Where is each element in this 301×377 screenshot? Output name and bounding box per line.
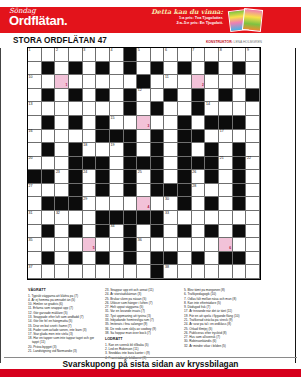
grid-cell-r16c7[interactable] bbox=[110, 252, 124, 266]
grid-cell-r3c11[interactable]: 11 bbox=[164, 75, 178, 89]
grid-cell-r2c9[interactable] bbox=[137, 62, 151, 76]
grid-cell-r8c9[interactable] bbox=[137, 143, 151, 157]
grid-cell-r8c6[interactable] bbox=[96, 143, 110, 157]
bonus-cell-digit: 5 bbox=[93, 247, 95, 251]
grid-cell-r11c9[interactable] bbox=[137, 184, 151, 198]
grid-cell-r5c17[interactable] bbox=[246, 102, 260, 116]
cell-number: 28 bbox=[192, 184, 196, 188]
grid-cell-r16c16 bbox=[233, 252, 247, 266]
grid-cell-r2c15[interactable] bbox=[219, 62, 233, 76]
masthead-banner: Söndag Ordflätan. Detta kan du vinna: 1:… bbox=[0, 7, 301, 33]
grid-cell-r16c14[interactable] bbox=[205, 252, 219, 266]
grid-cell-r4c15 bbox=[219, 89, 233, 103]
grid-cell-r12c17[interactable] bbox=[246, 197, 260, 211]
grid-cell-r1c7[interactable]: 4 bbox=[110, 48, 124, 62]
grid-cell-r13c8 bbox=[124, 211, 138, 225]
grid-cell-r5c3[interactable] bbox=[55, 102, 69, 116]
grid-cell-r10c15[interactable] bbox=[219, 170, 233, 184]
bonus-cell-digit: 6 bbox=[229, 247, 231, 251]
grid-cell-r14c15[interactable] bbox=[219, 225, 233, 239]
cell-number: 5 bbox=[138, 48, 140, 52]
grid-cell-r5c7[interactable] bbox=[110, 102, 124, 116]
grid-cell-r14c9[interactable] bbox=[137, 225, 151, 239]
grid-cell-r6c8[interactable] bbox=[124, 116, 138, 130]
grid-cell-r13c7 bbox=[110, 211, 124, 225]
cell-number: 23 bbox=[56, 170, 60, 174]
grid-cell-r16c5[interactable] bbox=[83, 252, 97, 266]
grid-cell-r17c17[interactable] bbox=[246, 265, 260, 279]
grid-cell-r8c1[interactable] bbox=[28, 143, 42, 157]
grid-cell-r9c16 bbox=[233, 157, 247, 171]
grid-cell-r15c5[interactable]: 5 bbox=[83, 238, 97, 252]
cell-number: 16 bbox=[29, 129, 33, 133]
grid-cell-r11c2[interactable] bbox=[42, 184, 56, 198]
grid-cell-r10c14 bbox=[205, 170, 219, 184]
grid-cell-r3c7[interactable] bbox=[110, 75, 124, 89]
grid-cell-r15c10[interactable] bbox=[151, 238, 165, 252]
grid-cell-r3c9 bbox=[137, 75, 151, 89]
grid-cell-r2c17[interactable] bbox=[246, 62, 260, 76]
grid-cell-r1c2[interactable] bbox=[42, 48, 56, 62]
grid-cell-r11c4 bbox=[69, 184, 83, 198]
grid-cell-r11c15[interactable] bbox=[219, 184, 233, 198]
cell-number: 31 bbox=[29, 211, 33, 215]
grid-cell-r17c11[interactable]: 38 bbox=[164, 265, 178, 279]
grid-cell-r4c9[interactable]: 12 bbox=[137, 89, 151, 103]
grid-cell-r17c8[interactable] bbox=[124, 265, 138, 279]
grid-cell-r9c6 bbox=[96, 157, 110, 171]
grid-cell-r10c6 bbox=[96, 170, 110, 184]
grid-cell-r16c15 bbox=[219, 252, 233, 266]
cell-number: 13 bbox=[29, 102, 33, 106]
grid-cell-r13c11[interactable]: 33 bbox=[164, 211, 178, 225]
grid-cell-r17c7[interactable] bbox=[110, 265, 124, 279]
grid-cell-r8c13[interactable] bbox=[192, 143, 206, 157]
constructor-credit: KONSTRUKTÖR: LENA HOLMGREN bbox=[150, 40, 262, 44]
grid-cell-r3c17[interactable] bbox=[246, 75, 260, 89]
grid-cell-r13c1[interactable]: 31 bbox=[28, 211, 42, 225]
grid-cell-r1c13[interactable]: 7 bbox=[192, 48, 206, 62]
grid-cell-r6c16 bbox=[233, 116, 247, 130]
grid-cell-r6c5[interactable] bbox=[83, 116, 97, 130]
grid-cell-r8c5[interactable]: 18 bbox=[83, 143, 97, 157]
grid-cell-r16c8 bbox=[124, 252, 138, 266]
grid-cell-r5c12[interactable] bbox=[178, 102, 192, 116]
grid-cell-r15c2[interactable] bbox=[42, 238, 56, 252]
brand-logo: Söndag Ordflätan. bbox=[9, 8, 67, 27]
grid-cell-r13c9 bbox=[137, 211, 151, 225]
grid-cell-r9c11[interactable] bbox=[164, 157, 178, 171]
grid-cell-r4c7[interactable] bbox=[110, 89, 124, 103]
grid-cell-r6c17[interactable] bbox=[246, 116, 260, 130]
grid-cell-r3c4[interactable] bbox=[69, 75, 83, 89]
grid-cell-r15c7[interactable] bbox=[110, 238, 124, 252]
grid-cell-r4c1[interactable] bbox=[28, 89, 42, 103]
grid-cell-r9c17[interactable]: 22 bbox=[246, 157, 260, 171]
cell-number: 32 bbox=[56, 211, 60, 215]
grid-cell-r2c1[interactable] bbox=[28, 62, 42, 76]
grid-cell-r8c15[interactable] bbox=[219, 143, 233, 157]
grid-cell-r17c3[interactable] bbox=[55, 265, 69, 279]
grid-cell-r2c6 bbox=[96, 62, 110, 76]
grid-cell-r1c10[interactable] bbox=[151, 48, 165, 62]
grid-cell-r16c3[interactable] bbox=[55, 252, 69, 266]
grid-cell-r4c8 bbox=[124, 89, 138, 103]
grid-cell-r9c15[interactable]: 21 bbox=[219, 157, 233, 171]
grid-cell-r16c17[interactable] bbox=[246, 252, 260, 266]
grid-cell-r4c14[interactable] bbox=[205, 89, 219, 103]
grid-cell-r10c8 bbox=[124, 170, 138, 184]
grid-cell-r15c11[interactable] bbox=[164, 238, 178, 252]
grid-cell-r16c9[interactable] bbox=[137, 252, 151, 266]
grid-cell-r13c5[interactable] bbox=[83, 211, 97, 225]
cell-number: 15 bbox=[110, 116, 114, 120]
grid-cell-r9c8 bbox=[124, 157, 138, 171]
grid-cell-r17c15[interactable] bbox=[219, 265, 233, 279]
grid-cell-r12c8[interactable] bbox=[124, 197, 138, 211]
grid-cell-r1c8 bbox=[124, 48, 138, 62]
grid-cell-r1c6[interactable] bbox=[96, 48, 110, 62]
grid-cell-r3c6[interactable] bbox=[96, 75, 110, 89]
grid-cell-r11c5[interactable] bbox=[83, 184, 97, 198]
grid-cell-r16c4 bbox=[69, 252, 83, 266]
grid-cell-r11c17[interactable] bbox=[246, 184, 260, 198]
page-title: STORA ORDFLÄTAN 47 bbox=[13, 36, 107, 45]
grid-cell-r17c10 bbox=[151, 265, 165, 279]
grid-cell-r4c6 bbox=[96, 89, 110, 103]
grid-cell-r5c1[interactable]: 13 bbox=[28, 102, 42, 116]
grid-cell-r10c2 bbox=[42, 170, 56, 184]
grid-cell-r12c6[interactable] bbox=[96, 197, 110, 211]
grid-cell-r12c11[interactable]: 30 bbox=[164, 197, 178, 211]
grid-cell-r3c15[interactable] bbox=[219, 75, 233, 89]
across-heading: VÅGRÄTT bbox=[28, 288, 100, 293]
cell-number: 37 bbox=[29, 265, 33, 269]
grid-cell-r5c2[interactable] bbox=[42, 102, 56, 116]
grid-cell-r17c4[interactable] bbox=[69, 265, 83, 279]
grid-cell-r12c1[interactable] bbox=[28, 197, 42, 211]
cell-number: 14 bbox=[206, 102, 210, 106]
clue-item: 21. Landstigning vid Normandie (3) bbox=[28, 349, 100, 353]
grid-cell-r4c3[interactable] bbox=[55, 89, 69, 103]
grid-cell-r17c16[interactable] bbox=[233, 265, 247, 279]
grid-cell-r7c9[interactable] bbox=[137, 130, 151, 144]
cell-number: 18 bbox=[83, 143, 87, 147]
grid-cell-r6c10[interactable] bbox=[151, 116, 165, 130]
prize-line-2: 2:a–5:e pris: En Tjugolott. bbox=[151, 21, 223, 26]
grid-cell-r13c13[interactable] bbox=[192, 211, 206, 225]
grid-cell-r8c16 bbox=[233, 143, 247, 157]
grid-cell-r15c4[interactable] bbox=[69, 238, 83, 252]
grid-cell-r14c12 bbox=[178, 225, 192, 239]
grid-cell-r9c2[interactable] bbox=[42, 157, 56, 171]
grid-cell-r17c1[interactable]: 37 bbox=[28, 265, 42, 279]
grid-cell-r7c12 bbox=[178, 130, 192, 144]
grid-cell-r7c10 bbox=[151, 130, 165, 144]
crossword-grid[interactable]: 1234567891011121213141531617181920212223… bbox=[27, 47, 261, 280]
grid-cell-r14c10 bbox=[151, 225, 165, 239]
grid-cell-r14c5[interactable] bbox=[83, 225, 97, 239]
grid-cell-r6c7[interactable]: 15 bbox=[110, 116, 124, 130]
cell-number: 38 bbox=[165, 265, 169, 269]
grid-cell-r3c8[interactable] bbox=[124, 75, 138, 89]
grid-cell-r10c9[interactable]: 25 bbox=[137, 170, 151, 184]
grid-cell-r10c11[interactable] bbox=[164, 170, 178, 184]
grid-cell-r15c9[interactable]: 36 bbox=[137, 238, 151, 252]
grid-cell-r4c16[interactable] bbox=[233, 89, 247, 103]
grid-cell-r5c14[interactable]: 14 bbox=[205, 102, 219, 116]
grid-cell-r17c14[interactable] bbox=[205, 265, 219, 279]
grid-cell-r2c4 bbox=[69, 62, 83, 76]
grid-cell-r7c2[interactable] bbox=[42, 130, 56, 144]
grid-cell-r12c9[interactable]: 4 bbox=[137, 197, 151, 211]
grid-cell-r4c10[interactable] bbox=[151, 89, 165, 103]
grid-cell-r17c2[interactable] bbox=[42, 265, 56, 279]
grid-cell-r12c15[interactable] bbox=[219, 197, 233, 211]
grid-cell-r10c17[interactable] bbox=[246, 170, 260, 184]
grid-cell-r5c11[interactable] bbox=[164, 102, 178, 116]
grid-cell-r8c11[interactable] bbox=[164, 143, 178, 157]
grid-cell-r4c5[interactable] bbox=[83, 89, 97, 103]
grid-cell-r7c6 bbox=[96, 130, 110, 144]
grid-cell-r2c11[interactable] bbox=[164, 62, 178, 76]
page-edge-line bbox=[0, 48, 1, 363]
lottery-ticket-icon bbox=[242, 8, 263, 32]
grid-cell-r12c16 bbox=[233, 197, 247, 211]
cell-number: 2 bbox=[56, 48, 58, 52]
grid-cell-r17c6[interactable] bbox=[96, 265, 110, 279]
grid-cell-r8c3[interactable] bbox=[55, 143, 69, 157]
grid-cell-r9c3[interactable] bbox=[55, 157, 69, 171]
grid-cell-r11c7[interactable] bbox=[110, 184, 124, 198]
cell-number: 4 bbox=[110, 48, 112, 52]
grid-cell-r3c10[interactable] bbox=[151, 75, 165, 89]
grid-cell-r7c15[interactable]: 17 bbox=[219, 130, 233, 144]
grid-cell-r10c13[interactable]: 26 bbox=[192, 170, 206, 184]
grid-cell-r9c13 bbox=[192, 157, 206, 171]
grid-cell-r1c5[interactable]: 3 bbox=[83, 48, 97, 62]
grid-cell-r3c3[interactable]: 1 bbox=[55, 75, 69, 89]
grid-cell-r13c15[interactable] bbox=[219, 211, 233, 225]
grid-cell-r9c7[interactable] bbox=[110, 157, 124, 171]
grid-cell-r7c1[interactable]: 16 bbox=[28, 130, 42, 144]
grid-cell-r15c16[interactable] bbox=[233, 238, 247, 252]
grid-cell-r12c13[interactable] bbox=[192, 197, 206, 211]
grid-cell-r14c11[interactable] bbox=[164, 225, 178, 239]
grid-cell-r5c5[interactable] bbox=[83, 102, 97, 116]
grid-cell-r15c14[interactable] bbox=[205, 238, 219, 252]
cell-number: 17 bbox=[220, 129, 224, 133]
grid-cell-r15c13[interactable] bbox=[192, 238, 206, 252]
clue-column-2: 23. Snappar upp ett och annat (11)24. Är… bbox=[105, 288, 179, 360]
grid-cell-r7c5[interactable] bbox=[83, 130, 97, 144]
grid-cell-r14c1[interactable] bbox=[28, 225, 42, 239]
grid-cell-r8c10 bbox=[151, 143, 165, 157]
grid-cell-r4c12[interactable] bbox=[178, 89, 192, 103]
grid-cell-r9c10 bbox=[151, 157, 165, 171]
grid-cell-r14c3[interactable] bbox=[55, 225, 69, 239]
grid-cell-r9c1[interactable]: 20 bbox=[28, 157, 42, 171]
grid-cell-r2c5[interactable] bbox=[83, 62, 97, 76]
grid-cell-r12c10[interactable] bbox=[151, 197, 165, 211]
clue-item: 38. Så hoppar man över bock (7) bbox=[105, 331, 179, 335]
grid-cell-r8c14 bbox=[205, 143, 219, 157]
grid-cell-r3c16[interactable] bbox=[233, 75, 247, 89]
grid-cell-r1c9[interactable]: 5 bbox=[137, 48, 151, 62]
grid-cell-r16c1[interactable] bbox=[28, 252, 42, 266]
grid-cell-r16c10 bbox=[151, 252, 165, 266]
grid-cell-r13c12[interactable] bbox=[178, 211, 192, 225]
grid-cell-r2c13[interactable] bbox=[192, 62, 206, 76]
grid-cell-r6c15 bbox=[219, 116, 233, 130]
grid-cell-r13c14[interactable] bbox=[205, 211, 219, 225]
grid-cell-r16c12[interactable] bbox=[178, 252, 192, 266]
bonus-cell-digit: 3 bbox=[147, 125, 149, 129]
grid-cell-r1c12[interactable] bbox=[178, 48, 192, 62]
grid-cell-r15c15[interactable]: 6 bbox=[219, 238, 233, 252]
grid-cell-r1c3[interactable]: 2 bbox=[55, 48, 69, 62]
grid-cell-r17c12[interactable] bbox=[178, 265, 192, 279]
grid-cell-r2c10 bbox=[151, 62, 165, 76]
grid-cell-r7c4[interactable] bbox=[69, 130, 83, 144]
grid-cell-r10c3[interactable]: 23 bbox=[55, 170, 69, 184]
grid-cell-r14c4 bbox=[69, 225, 83, 239]
page-edge-line bbox=[295, 48, 296, 363]
prize-title: Detta kan du vinna: bbox=[151, 9, 223, 16]
constructor-label: KONSTRUKTÖR: bbox=[206, 40, 233, 44]
grid-cell-r15c3[interactable] bbox=[55, 238, 69, 252]
grid-cell-r5c6[interactable] bbox=[96, 102, 110, 116]
grid-cell-r11c8 bbox=[124, 184, 138, 198]
grid-cell-r5c4[interactable] bbox=[69, 102, 83, 116]
cell-number: 11 bbox=[165, 75, 169, 79]
grid-cell-r13c3[interactable]: 32 bbox=[55, 211, 69, 225]
grid-cell-r10c12 bbox=[178, 170, 192, 184]
grid-cell-r4c13 bbox=[192, 89, 206, 103]
grid-cell-r7c11[interactable] bbox=[164, 130, 178, 144]
clue-column-3: 5. Blev tömt på morgonen (8)6. Trafikped… bbox=[184, 288, 262, 348]
grid-cell-r15c17[interactable] bbox=[246, 238, 260, 252]
cell-number: 30 bbox=[165, 197, 169, 201]
grid-cell-r3c14[interactable] bbox=[205, 75, 219, 89]
cell-number: 25 bbox=[138, 170, 142, 174]
grid-cell-r6c14 bbox=[205, 116, 219, 130]
cell-number: 9 bbox=[247, 48, 249, 52]
grid-cell-r8c17[interactable] bbox=[246, 143, 260, 157]
grid-cell-r8c8 bbox=[124, 143, 138, 157]
grid-cell-r8c12 bbox=[178, 143, 192, 157]
grid-cell-r15c12[interactable] bbox=[178, 238, 192, 252]
grid-cell-r1c4[interactable] bbox=[69, 48, 83, 62]
grid-cell-r15c1[interactable]: 35 bbox=[28, 238, 42, 252]
grid-cell-r14c13[interactable] bbox=[192, 225, 206, 239]
grid-cell-r3c2[interactable] bbox=[42, 75, 56, 89]
grid-cell-r10c5[interactable]: 24 bbox=[83, 170, 97, 184]
cell-number: 36 bbox=[138, 238, 142, 242]
grid-cell-r12c12 bbox=[178, 197, 192, 211]
grid-cell-r9c5 bbox=[83, 157, 97, 171]
grid-cell-r7c16[interactable] bbox=[233, 130, 247, 144]
grid-cell-r2c7[interactable] bbox=[110, 62, 124, 76]
cell-number: 29 bbox=[83, 197, 87, 201]
grid-cell-r11c14[interactable] bbox=[205, 184, 219, 198]
grid-cell-r6c13[interactable] bbox=[192, 116, 206, 130]
grid-cell-r7c3[interactable] bbox=[55, 130, 69, 144]
grid-cell-r9c4 bbox=[69, 157, 83, 171]
grid-cell-r10c16 bbox=[233, 170, 247, 184]
grid-cell-r6c4 bbox=[69, 116, 83, 130]
cell-number: 1 bbox=[29, 48, 31, 52]
grid-cell-r2c2 bbox=[42, 62, 56, 76]
grid-cell-r3c1[interactable]: 10 bbox=[28, 75, 42, 89]
grid-cell-r6c3[interactable] bbox=[55, 116, 69, 130]
grid-cell-r15c8 bbox=[124, 238, 138, 252]
grid-cell-r15c6[interactable] bbox=[96, 238, 110, 252]
grid-cell-r6c11[interactable] bbox=[164, 116, 178, 130]
grid-cell-r11c1[interactable]: 27 bbox=[28, 184, 42, 198]
cell-number: 26 bbox=[192, 170, 196, 174]
grid-cell-r3c13[interactable]: 2 bbox=[192, 75, 206, 89]
grid-cell-r10c10 bbox=[151, 170, 165, 184]
grid-cell-r13c2[interactable] bbox=[42, 211, 56, 225]
grid-cell-r1c1[interactable]: 1 bbox=[28, 48, 42, 62]
grid-cell-r7c8 bbox=[124, 130, 138, 144]
cell-number: 27 bbox=[29, 184, 33, 188]
cell-number: 34 bbox=[110, 224, 114, 228]
grid-cell-r4c2 bbox=[42, 89, 56, 103]
grid-cell-r5c9[interactable] bbox=[137, 102, 151, 116]
grid-cell-r11c11 bbox=[164, 184, 178, 198]
grid-cell-r2c3[interactable] bbox=[55, 62, 69, 76]
grid-cell-r7c14[interactable] bbox=[205, 130, 219, 144]
grid-cell-r3c5[interactable] bbox=[83, 75, 97, 89]
grid-cell-r9c14 bbox=[205, 157, 219, 171]
grid-cell-r7c13 bbox=[192, 130, 206, 144]
grid-cell-r5c8 bbox=[124, 102, 138, 116]
grid-cell-r1c14[interactable] bbox=[205, 48, 219, 62]
grid-cell-r5c16[interactable] bbox=[233, 102, 247, 116]
grid-cell-r5c15[interactable] bbox=[219, 102, 233, 116]
grid-cell-r13c16[interactable] bbox=[233, 211, 247, 225]
grid-cell-r14c7[interactable]: 34 bbox=[110, 225, 124, 239]
grid-cell-r12c5[interactable]: 29 bbox=[83, 197, 97, 211]
cell-number: 33 bbox=[165, 211, 169, 215]
grid-cell-r17c9[interactable] bbox=[137, 265, 151, 279]
bonus-cell-digit: 2 bbox=[202, 84, 204, 88]
grid-cell-r1c15[interactable]: 8 bbox=[219, 48, 233, 62]
grid-cell-r17c5[interactable] bbox=[83, 265, 97, 279]
grid-cell-r2c8 bbox=[124, 62, 138, 76]
grid-cell-r13c4[interactable] bbox=[69, 211, 83, 225]
grid-cell-r10c7[interactable] bbox=[110, 170, 124, 184]
grid-cell-r6c9[interactable]: 3 bbox=[137, 116, 151, 130]
grid-cell-r14c17[interactable] bbox=[246, 225, 260, 239]
grid-cell-r17c13[interactable] bbox=[192, 265, 206, 279]
grid-cell-r8c7[interactable]: 19 bbox=[110, 143, 124, 157]
grid-cell-r7c17[interactable] bbox=[246, 130, 260, 144]
brand-name-label: Ordflätan. bbox=[9, 15, 67, 27]
grid-cell-r11c3[interactable] bbox=[55, 184, 69, 198]
grid-cell-r13c17[interactable] bbox=[246, 211, 260, 225]
grid-cell-r11c13[interactable]: 28 bbox=[192, 184, 206, 198]
grid-cell-r6c1[interactable] bbox=[28, 116, 42, 130]
grid-cell-r1c16[interactable] bbox=[233, 48, 247, 62]
grid-cell-r1c17[interactable]: 9 bbox=[246, 48, 260, 62]
grid-cell-r1c11[interactable]: 6 bbox=[164, 48, 178, 62]
grid-cell-r3c12[interactable] bbox=[178, 75, 192, 89]
grid-cell-r11c10 bbox=[151, 184, 165, 198]
grid-cell-r12c7[interactable] bbox=[110, 197, 124, 211]
